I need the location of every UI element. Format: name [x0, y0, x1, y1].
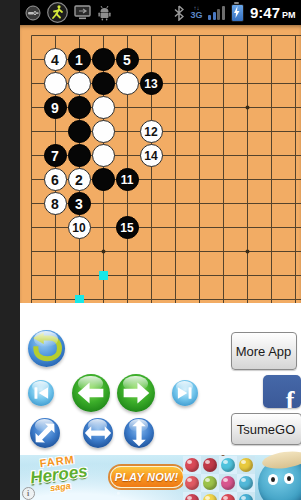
stone-black-13: 13	[140, 72, 163, 95]
ad-fruit	[239, 494, 253, 500]
stone-white	[116, 72, 139, 95]
next-move-button[interactable]	[117, 374, 155, 412]
signal-bars-icon	[208, 5, 225, 20]
ad-fruit-tile	[201, 474, 219, 492]
ad-fruit	[185, 476, 199, 490]
facebook-button[interactable]: f	[263, 375, 301, 408]
ad-info-icon[interactable]: i	[22, 487, 35, 500]
ad-fruit	[221, 458, 235, 472]
stone-white-8: 8	[44, 192, 67, 215]
skip-to-start-button[interactable]	[28, 380, 54, 406]
ad-fruit-tile	[201, 456, 219, 474]
ad-fruit-tile	[201, 492, 219, 500]
horizontal-double-arrow-icon	[83, 418, 113, 448]
stone-white-10: 10	[68, 216, 91, 239]
facebook-f-icon: f	[286, 386, 295, 408]
stone-black-11: 11	[116, 168, 139, 191]
ad-fruit-tile	[219, 456, 237, 474]
tsumego-label: TsumeGO	[237, 422, 296, 437]
ad-fruit	[239, 476, 253, 490]
time-text: 9:47	[250, 4, 280, 21]
resize-vertical-button[interactable]	[124, 418, 154, 448]
stone-black-1: 1	[68, 48, 91, 71]
ad-fruit	[203, 458, 217, 472]
stone-black	[92, 48, 115, 71]
stone-black	[68, 144, 91, 167]
power-plug-icon	[25, 5, 41, 21]
skip-to-end-button[interactable]	[172, 380, 198, 406]
ad-character-hat	[261, 449, 301, 471]
android-robot-icon	[97, 5, 112, 21]
ad-fruit	[185, 458, 199, 472]
skip-to-start-icon	[28, 380, 54, 406]
resize-horizontal-button[interactable]	[83, 418, 113, 448]
more-app-button[interactable]: More App	[231, 332, 297, 370]
ad-blue-character	[258, 458, 301, 500]
stone-white-14: 14	[140, 144, 163, 167]
stone-black	[92, 72, 115, 95]
stone-white	[92, 96, 115, 119]
stone-white	[92, 120, 115, 143]
ad-match3-grid	[183, 456, 259, 500]
status-bar: ↑↓ 3G 9:47 PM	[20, 0, 301, 25]
ad-info-label: i	[27, 489, 29, 498]
ad-fruit	[203, 494, 217, 500]
app-screen: ↑↓ 3G 9:47 PM 415139127146211831015 More…	[20, 0, 301, 500]
mobile-network-3g-icon: ↑↓ 3G	[190, 5, 202, 20]
arrow-left-icon	[72, 374, 110, 412]
stone-white-6: 6	[44, 168, 67, 191]
stone-black-9: 9	[44, 96, 67, 119]
arrow-right-icon	[117, 374, 155, 412]
clock: 9:47 PM	[250, 4, 296, 21]
stone-white-4: 4	[44, 48, 67, 71]
ad-fruit-tile	[183, 474, 201, 492]
stone-black-7: 7	[44, 144, 67, 167]
stone-white	[44, 72, 67, 95]
ad-fruit	[221, 476, 235, 490]
stone-white	[92, 144, 115, 167]
bluetooth-icon	[174, 5, 184, 21]
screen-cast-icon	[74, 5, 91, 20]
undo-button[interactable]	[28, 330, 65, 367]
stone-black	[68, 120, 91, 143]
ad-fruit-tile	[183, 456, 201, 474]
ad-play-now-button[interactable]: PLAY NOW!	[110, 466, 184, 488]
stone-white	[68, 72, 91, 95]
stone-black	[68, 96, 91, 119]
ad-fruit-tile	[219, 474, 237, 492]
ad-fruit-tile	[237, 456, 255, 474]
go-board[interactable]: 415139127146211831015	[20, 25, 301, 303]
ad-fruit-tile	[183, 492, 201, 500]
skip-to-end-icon	[172, 380, 198, 406]
more-app-label: More App	[236, 344, 292, 359]
time-ampm: PM	[282, 10, 296, 20]
ad-character-eye	[268, 474, 278, 485]
resize-diagonal-button[interactable]	[30, 418, 60, 448]
tsumego-button[interactable]: TsumeGO	[231, 413, 301, 445]
stone-black	[92, 168, 115, 191]
stone-white-12: 12	[140, 120, 163, 143]
ad-fruit	[185, 494, 199, 500]
undo-arrow-icon	[28, 330, 65, 367]
ad-cta-label: PLAY NOW!	[115, 471, 179, 483]
ad-fruit	[239, 458, 253, 472]
ad-fruit-tile	[219, 492, 237, 500]
stone-black-3: 3	[68, 192, 91, 215]
diagonal-double-arrow-icon	[30, 418, 60, 448]
battery-charging-icon	[231, 4, 244, 22]
running-man-icon	[47, 2, 68, 23]
vertical-double-arrow-icon	[124, 418, 154, 448]
ad-brand-logo: FARM Heroes saga	[28, 455, 90, 495]
ad-fruit-tile	[237, 474, 255, 492]
ad-character-eye	[284, 473, 294, 484]
stone-black-5: 5	[116, 48, 139, 71]
stone-black-15: 15	[116, 216, 139, 239]
ad-fruit-tile	[237, 492, 255, 500]
stone-white-2: 2	[68, 168, 91, 191]
previous-move-button[interactable]	[72, 374, 110, 412]
ad-fruit	[203, 476, 217, 490]
ad-fruit	[221, 494, 235, 500]
